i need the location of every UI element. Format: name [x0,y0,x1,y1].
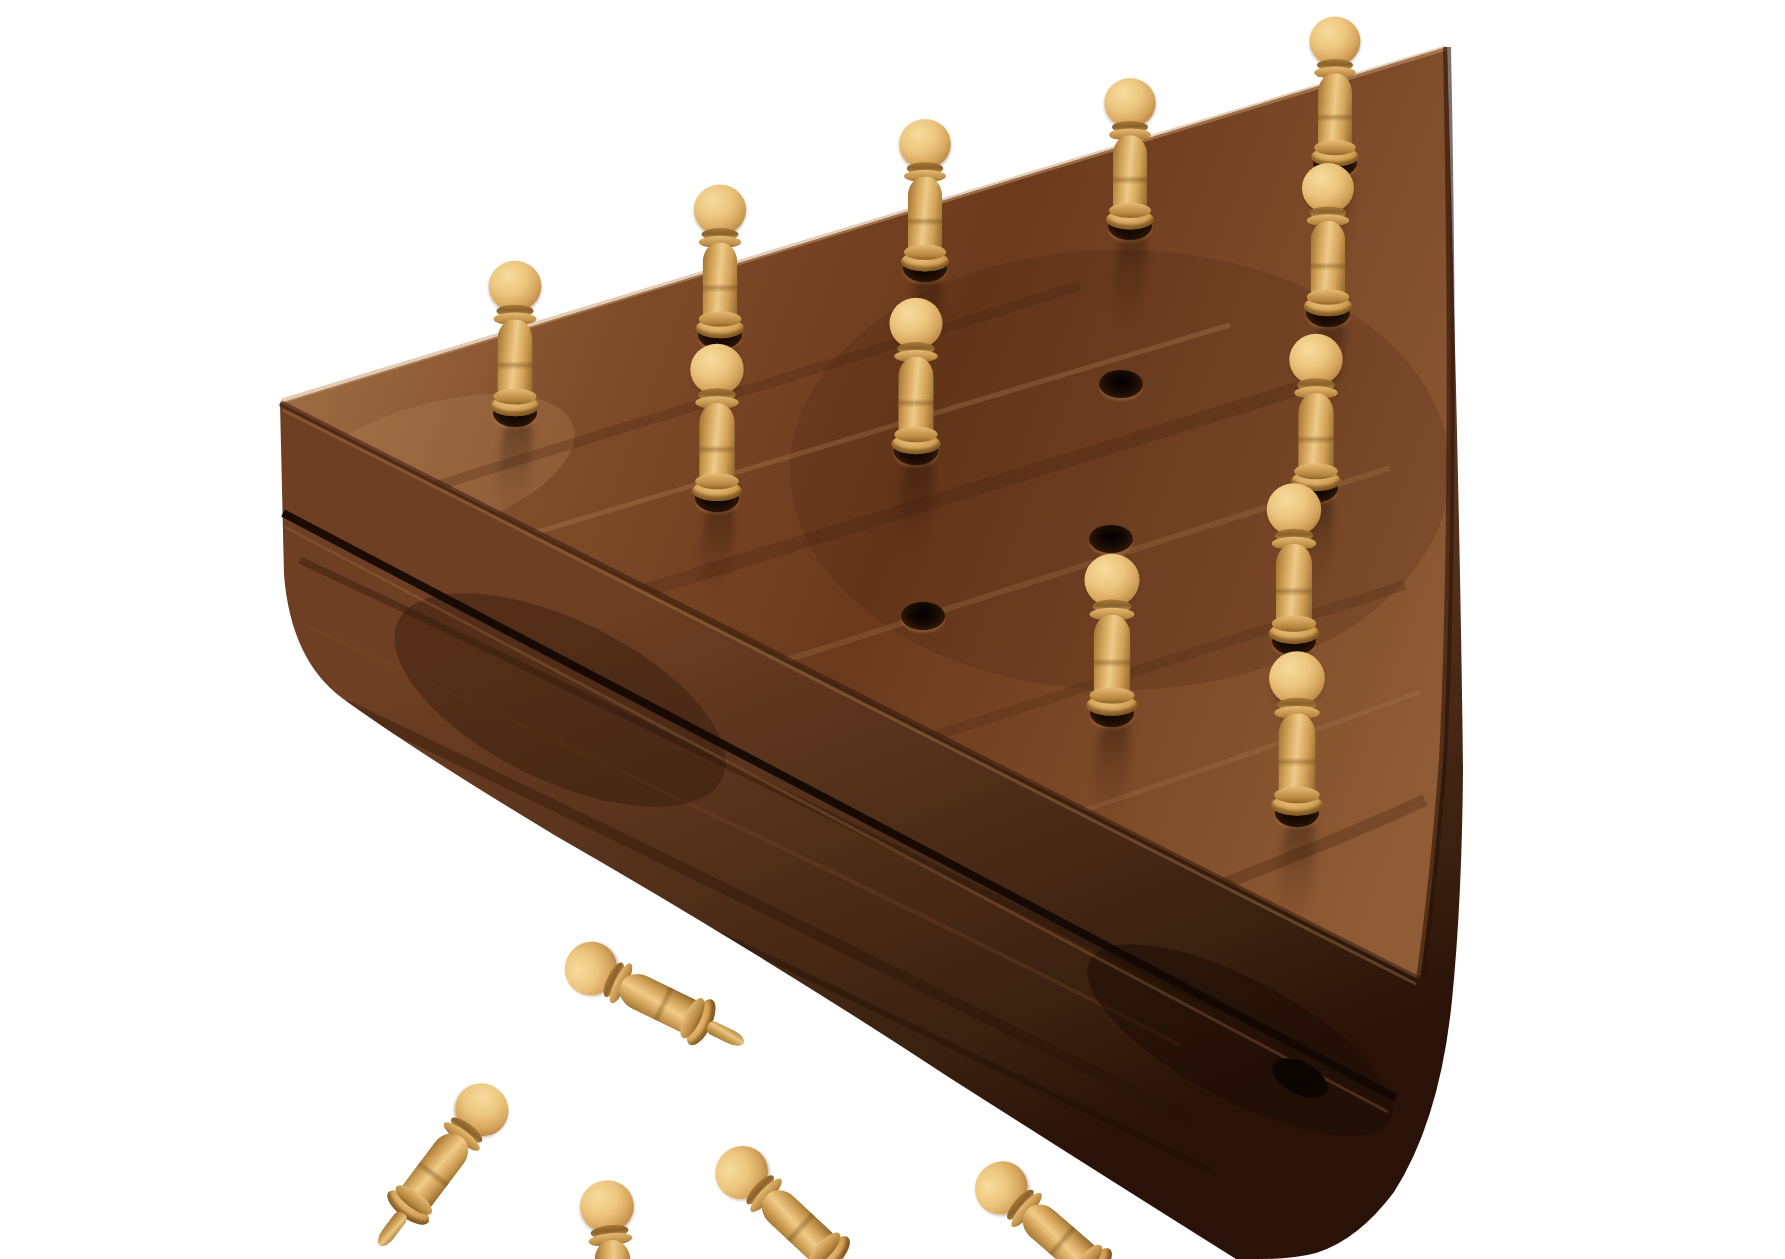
peg-base [1087,694,1138,715]
peg-body [1276,544,1312,627]
peg-solitaire-scene [0,0,1785,1259]
peg-solitaire-board [0,0,1785,1259]
peg-base [491,396,540,417]
peg-base [1106,209,1154,229]
peg-body [1278,713,1315,798]
peg-base [1271,794,1323,816]
peg-base [692,480,742,501]
peg-body [699,403,735,484]
peg-body [1298,393,1334,474]
peg-r5c2[interactable] [1300,163,1356,325]
peg-base [891,434,940,455]
peg-r3c1[interactable] [897,119,953,280]
peg-r2c2[interactable] [688,344,745,510]
peg-body [703,243,738,322]
peg-body [898,357,933,438]
peg-r1c1[interactable] [487,261,544,425]
peg-r3c2[interactable] [887,298,944,463]
peg-body [1318,73,1352,150]
peg-r4c1[interactable] [1102,78,1157,238]
hole-r4c3[interactable] [1089,525,1133,553]
peg-body [1113,135,1147,213]
peg-r5c1[interactable] [1308,17,1363,175]
peg-r5c5[interactable] [1267,651,1327,825]
hole-r4c2[interactable] [1099,370,1143,398]
peg-body [1311,221,1346,300]
peg-body [908,177,942,256]
peg-base [1304,296,1352,316]
peg-r2c1[interactable] [692,185,748,347]
peg-body [1094,615,1131,699]
hole-r3c3[interactable] [901,602,945,630]
peg-r5c3[interactable] [1287,334,1344,500]
peg-r5c4[interactable] [1265,483,1324,653]
peg-base [901,251,949,271]
peg-base [696,318,744,338]
peg-r4c4[interactable] [1082,554,1141,725]
peg-body [497,319,532,399]
peg-base [1269,623,1320,644]
